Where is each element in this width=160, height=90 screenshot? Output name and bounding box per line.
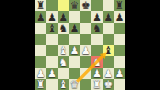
square-e6[interactable] [80,23,91,34]
piece-white-rook[interactable]: ♜ [36,79,46,90]
square-e3[interactable] [80,56,91,67]
square-h6[interactable] [114,23,125,34]
square-f5[interactable] [91,34,102,45]
square-g7[interactable]: ♟ [103,11,114,22]
square-h7[interactable]: ♟ [114,11,125,22]
piece-white-pawn[interactable]: ♟ [92,67,102,78]
square-f6[interactable]: ♞ [91,23,102,34]
square-a5[interactable] [35,34,46,45]
piece-white-king[interactable]: ♚ [103,79,113,90]
square-d6[interactable]: ♟ [69,23,80,34]
piece-black-king[interactable]: ♚ [81,0,91,11]
chess-board: ♜♛♚♜♟♟♟♟♟♟♝♞♟♞♝♟♟♝♞♞♟♟♟♟♟♜♝♛♜♚ [35,0,125,90]
piece-black-pawn[interactable]: ♟ [47,11,57,22]
piece-black-bishop[interactable]: ♝ [47,22,57,33]
square-e7[interactable] [80,11,91,22]
piece-black-rook[interactable]: ♜ [115,0,125,11]
square-c3[interactable]: ♞ [58,56,69,67]
square-a4[interactable] [35,45,46,56]
square-a6[interactable] [35,23,46,34]
square-b2[interactable]: ♟ [46,68,57,79]
square-f1[interactable]: ♜ [91,79,102,90]
piece-black-pawn[interactable]: ♟ [115,11,125,22]
piece-black-knight[interactable]: ♞ [58,22,68,33]
square-a7[interactable]: ♟ [35,11,46,22]
piece-white-knight[interactable]: ♞ [92,56,102,67]
piece-black-pawn[interactable]: ♟ [36,11,46,22]
square-g6[interactable] [103,23,114,34]
square-b6[interactable]: ♝ [46,23,57,34]
square-b4[interactable] [46,45,57,56]
piece-black-pawn[interactable]: ♟ [70,22,80,33]
piece-white-knight[interactable]: ♞ [58,56,68,67]
square-e2[interactable] [80,68,91,79]
square-h5[interactable] [114,34,125,45]
piece-black-rook[interactable]: ♜ [36,0,46,11]
piece-white-pawn[interactable]: ♟ [36,67,46,78]
square-d3[interactable] [69,56,80,67]
screenshot-stage: ♜♛♚♜♟♟♟♟♟♟♝♞♟♞♝♟♟♝♞♞♟♟♟♟♟♜♝♛♜♚ [0,0,160,90]
square-e8[interactable]: ♚ [80,0,91,11]
piece-white-queen[interactable]: ♛ [70,79,80,90]
square-b1[interactable] [46,79,57,90]
piece-white-bishop[interactable]: ♝ [58,45,68,56]
piece-white-pawn[interactable]: ♟ [115,67,125,78]
square-e1[interactable] [80,79,91,90]
piece-black-pawn[interactable]: ♟ [103,11,113,22]
square-d4[interactable]: ♟ [69,45,80,56]
piece-black-knight[interactable]: ♞ [92,22,102,33]
square-g1[interactable]: ♚ [103,79,114,90]
square-h1[interactable] [114,79,125,90]
square-e4[interactable]: ♟ [80,45,91,56]
square-d8[interactable]: ♛ [69,0,80,11]
piece-black-queen[interactable]: ♛ [70,0,80,11]
square-b5[interactable] [46,34,57,45]
piece-black-pawn[interactable]: ♟ [92,11,102,22]
square-a1[interactable]: ♜ [35,79,46,90]
piece-white-rook[interactable]: ♜ [92,79,102,90]
square-d1[interactable]: ♛ [69,79,80,90]
piece-white-bishop[interactable]: ♝ [58,79,68,90]
square-h2[interactable]: ♟ [114,68,125,79]
square-c1[interactable]: ♝ [58,79,69,90]
piece-white-pawn[interactable]: ♟ [47,67,57,78]
square-c6[interactable]: ♞ [58,23,69,34]
piece-black-pawn[interactable]: ♟ [58,11,68,22]
piece-white-pawn[interactable]: ♟ [81,45,91,56]
square-g4[interactable]: ♝ [103,45,114,56]
square-h4[interactable] [114,45,125,56]
piece-white-pawn[interactable]: ♟ [103,67,113,78]
piece-black-bishop[interactable]: ♝ [103,45,113,56]
piece-white-pawn[interactable]: ♟ [70,45,80,56]
